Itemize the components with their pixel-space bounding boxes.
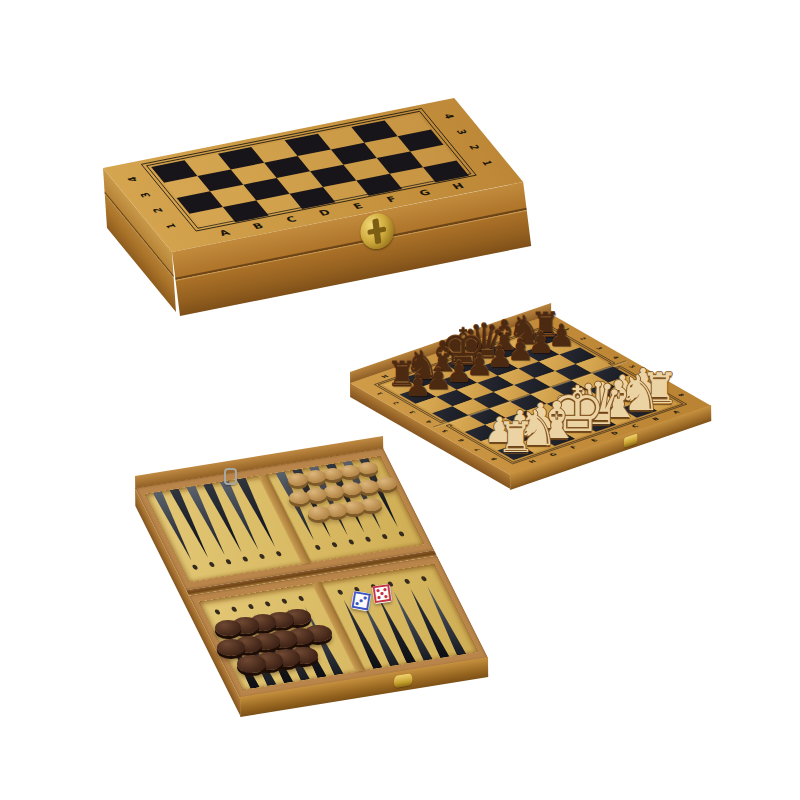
chess-rank-label-left: 5 <box>438 427 453 434</box>
backgammon-surface <box>135 448 488 698</box>
closed-rank-label-right: 1 <box>476 155 497 170</box>
closed-file-label: F <box>372 193 411 206</box>
backgammon-point-dot <box>381 534 388 540</box>
closed-rank-label-left: 2 <box>148 203 169 218</box>
chess-rank-label-right: 2 <box>576 335 591 342</box>
backgammon-point-dot <box>403 579 410 585</box>
chess-rank-label-left: 1 <box>373 390 388 397</box>
chess-rank-label-right: 3 <box>592 345 607 352</box>
hinge-loop-icon <box>224 468 237 485</box>
backgammon-point-dot <box>191 564 198 570</box>
backgammon-point-bottom <box>406 588 450 658</box>
chess-far-file-label: A <box>515 322 540 332</box>
brass-clasp-icon <box>394 673 413 688</box>
chess-far-file-label: H <box>372 371 397 381</box>
closed-rank-label-left: 3 <box>135 187 156 202</box>
chess-rank-label-left: 8 <box>487 456 502 463</box>
closed-file-label: B <box>238 219 277 232</box>
chess-far-file-label: C <box>474 336 499 346</box>
closed-rank-label-right: 3 <box>451 124 472 139</box>
backgammon-point-dot <box>230 607 237 613</box>
chess-rank-label-right: 7 <box>657 382 672 389</box>
backgammon-point-dot <box>225 559 232 565</box>
backgammon-point-bottom <box>250 613 294 683</box>
closed-file-label: A <box>205 226 244 239</box>
backgammon-point-bottom <box>423 585 467 655</box>
chess-rank-label-left: 4 <box>421 418 436 425</box>
closed-file-label: H <box>439 179 478 192</box>
backgammon-point-top <box>219 480 263 550</box>
chess-rank-label-right: 5 <box>625 363 640 370</box>
backgammon-point-dot <box>364 537 371 543</box>
backgammon-point-bottom <box>266 611 310 681</box>
chess-rank-label-right: 1 <box>559 326 574 333</box>
backgammon-point-dot <box>281 598 288 604</box>
chess-rank-label-right: 6 <box>641 373 656 380</box>
backgammon-point-top <box>186 486 230 556</box>
backgammon-point-dot <box>214 609 221 615</box>
backgammon-point-dot <box>242 556 249 562</box>
backgammon-point-bottom <box>356 596 400 666</box>
chess-rank-label-left: 7 <box>470 446 485 453</box>
backgammon-point-dot <box>370 584 377 590</box>
closed-rank-label-left: 4 <box>122 172 143 187</box>
backgammon-point-top <box>359 458 403 528</box>
chess-rank-label-right: 4 <box>608 354 623 361</box>
chess-coordinates: HGFEDCBAHGFEDCBA1234567812345678 <box>350 314 711 475</box>
backgammon-point-bottom <box>389 591 433 661</box>
chess-far-file-label: E <box>433 350 458 360</box>
backgammon-point-top <box>309 466 353 536</box>
backgammon-point-dot <box>208 562 215 568</box>
closed-file-label: G <box>405 186 444 199</box>
backgammon-point-top <box>203 483 247 553</box>
backgammon-point-dot <box>348 539 355 545</box>
chess-rank-label-left: 6 <box>454 437 469 444</box>
backgammon-point-dot <box>275 551 282 557</box>
backgammon-point-dot <box>314 545 321 551</box>
backgammon-point-dot <box>297 596 304 602</box>
closed-file-label: C <box>272 213 311 226</box>
backgammon-point-dot <box>398 531 405 537</box>
closed-file-label: E <box>339 199 378 212</box>
chess-far-file-label: D <box>454 343 479 353</box>
product-photo: ABCDEFGH43214321 HGFEDCBAHGFEDCBA1234567… <box>0 0 800 800</box>
closed-rank-label-left: 1 <box>160 218 181 233</box>
closed-file-label: D <box>305 206 344 219</box>
chess-rank-label-left: 2 <box>389 399 404 406</box>
backgammon-point-dot <box>264 601 271 607</box>
chess-rank-label-left: 3 <box>405 409 420 416</box>
chess-rank-label-right: 8 <box>673 391 688 398</box>
backgammon-point-bottom <box>283 608 327 678</box>
closed-rank-label-right: 4 <box>438 109 459 124</box>
brass-clasp-icon <box>358 210 396 252</box>
chess-board-surface: HGFEDCBAHGFEDCBA1234567812345678 <box>350 314 711 475</box>
backgammon-point-bottom <box>233 616 277 686</box>
backgammon-point-dot <box>331 542 338 548</box>
brass-clasp-icon <box>624 433 637 448</box>
backgammon-point-dot <box>247 604 254 610</box>
backgammon-point-top <box>292 469 336 539</box>
chess-far-file-label: F <box>413 357 438 367</box>
chess-far-file-label: B <box>495 329 520 339</box>
chess-far-file-label: G <box>392 364 417 374</box>
backgammon-point-top <box>325 463 369 533</box>
backgammon-point-dot <box>420 576 427 582</box>
backgammon-point-dot <box>258 554 265 560</box>
backgammon-point-dot <box>336 589 343 595</box>
closed-rank-label-right: 2 <box>464 140 485 155</box>
backgammon-point-top <box>169 489 213 559</box>
backgammon-point-top <box>342 461 386 531</box>
backgammon-point-dot <box>387 581 394 587</box>
backgammon-point-bottom <box>372 593 416 663</box>
backgammon-point-dot <box>353 587 360 593</box>
